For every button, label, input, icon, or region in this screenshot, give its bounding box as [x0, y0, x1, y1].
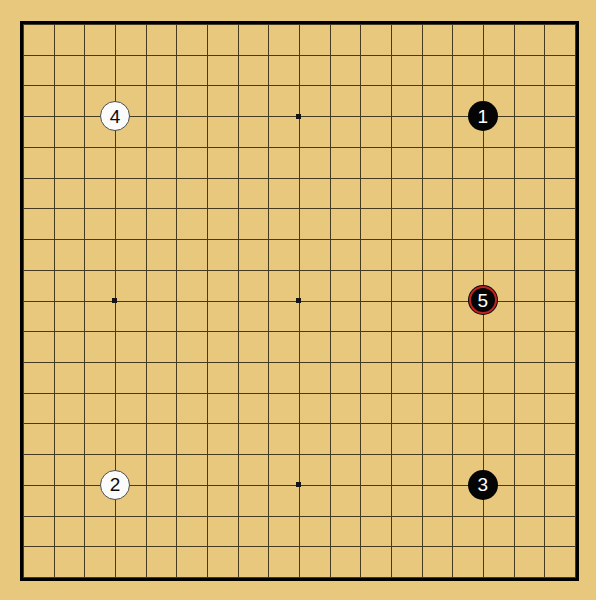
intersection-E9[interactable] [130, 316, 161, 347]
intersection-O5[interactable] [406, 439, 437, 470]
intersection-E7[interactable] [130, 377, 161, 408]
intersection-L1[interactable] [314, 562, 345, 593]
intersection-B5[interactable] [38, 439, 69, 470]
intersection-M10[interactable] [345, 285, 376, 316]
intersection-M12[interactable] [345, 224, 376, 255]
intersection-A7[interactable] [8, 377, 39, 408]
intersection-S6[interactable] [529, 408, 560, 439]
intersection-K14[interactable] [284, 162, 315, 193]
intersection-C15[interactable] [69, 132, 100, 163]
intersection-H9[interactable] [222, 316, 253, 347]
intersection-J11[interactable] [253, 254, 284, 285]
intersection-G6[interactable] [192, 408, 223, 439]
intersection-K4[interactable] [284, 469, 315, 500]
intersection-J10[interactable] [253, 285, 284, 316]
intersection-G18[interactable] [192, 39, 223, 70]
intersection-T7[interactable] [559, 377, 590, 408]
intersection-A12[interactable] [8, 224, 39, 255]
intersection-L4[interactable] [314, 469, 345, 500]
intersection-S1[interactable] [529, 562, 560, 593]
intersection-T19[interactable] [559, 9, 590, 40]
intersection-K3[interactable] [284, 500, 315, 531]
intersection-L17[interactable] [314, 70, 345, 101]
intersection-A18[interactable] [8, 39, 39, 70]
intersection-L13[interactable] [314, 193, 345, 224]
intersection-L8[interactable] [314, 347, 345, 378]
intersection-C5[interactable] [69, 439, 100, 470]
intersection-T6[interactable] [559, 408, 590, 439]
white-stone-move-2[interactable]: 2 [100, 470, 130, 500]
intersection-Q19[interactable] [468, 9, 499, 40]
intersection-R19[interactable] [498, 9, 529, 40]
intersection-P10[interactable] [437, 285, 468, 316]
intersection-F9[interactable] [161, 316, 192, 347]
intersection-K1[interactable] [284, 562, 315, 593]
intersection-D11[interactable] [100, 254, 131, 285]
intersection-H12[interactable] [222, 224, 253, 255]
intersection-D12[interactable] [100, 224, 131, 255]
intersection-B1[interactable] [38, 562, 69, 593]
intersection-M16[interactable] [345, 101, 376, 132]
intersection-E1[interactable] [130, 562, 161, 593]
intersection-N10[interactable] [376, 285, 407, 316]
intersection-M15[interactable] [345, 132, 376, 163]
intersection-M5[interactable] [345, 439, 376, 470]
intersection-L9[interactable] [314, 316, 345, 347]
intersection-Q10[interactable]: 5 [468, 285, 499, 316]
intersection-F15[interactable] [161, 132, 192, 163]
intersection-Q5[interactable] [468, 439, 499, 470]
intersection-R3[interactable] [498, 500, 529, 531]
intersection-K13[interactable] [284, 193, 315, 224]
intersection-H18[interactable] [222, 39, 253, 70]
intersection-R1[interactable] [498, 562, 529, 593]
intersection-G19[interactable] [192, 9, 223, 40]
intersection-E19[interactable] [130, 9, 161, 40]
intersection-K2[interactable] [284, 531, 315, 562]
intersection-H5[interactable] [222, 439, 253, 470]
intersection-A8[interactable] [8, 347, 39, 378]
intersection-E10[interactable] [130, 285, 161, 316]
intersection-D7[interactable] [100, 377, 131, 408]
intersection-Q12[interactable] [468, 224, 499, 255]
intersection-R13[interactable] [498, 193, 529, 224]
intersection-A13[interactable] [8, 193, 39, 224]
intersection-N7[interactable] [376, 377, 407, 408]
intersection-J1[interactable] [253, 562, 284, 593]
intersection-L5[interactable] [314, 439, 345, 470]
intersection-G10[interactable] [192, 285, 223, 316]
intersection-F17[interactable] [161, 70, 192, 101]
intersection-S9[interactable] [529, 316, 560, 347]
intersection-B12[interactable] [38, 224, 69, 255]
intersection-Q18[interactable] [468, 39, 499, 70]
black-stone-move-3[interactable]: 3 [468, 470, 498, 500]
intersection-K7[interactable] [284, 377, 315, 408]
intersection-E16[interactable] [130, 101, 161, 132]
intersection-C4[interactable] [69, 469, 100, 500]
intersection-M3[interactable] [345, 500, 376, 531]
intersection-C17[interactable] [69, 70, 100, 101]
intersection-E14[interactable] [130, 162, 161, 193]
intersection-M4[interactable] [345, 469, 376, 500]
intersection-E3[interactable] [130, 500, 161, 531]
intersection-P9[interactable] [437, 316, 468, 347]
intersection-J8[interactable] [253, 347, 284, 378]
intersection-H2[interactable] [222, 531, 253, 562]
intersection-G2[interactable] [192, 531, 223, 562]
intersection-T1[interactable] [559, 562, 590, 593]
intersection-G11[interactable] [192, 254, 223, 285]
intersection-R10[interactable] [498, 285, 529, 316]
intersection-F19[interactable] [161, 9, 192, 40]
intersection-L7[interactable] [314, 377, 345, 408]
intersection-D15[interactable] [100, 132, 131, 163]
intersection-A9[interactable] [8, 316, 39, 347]
intersection-K9[interactable] [284, 316, 315, 347]
intersection-B3[interactable] [38, 500, 69, 531]
intersection-S17[interactable] [529, 70, 560, 101]
intersection-B13[interactable] [38, 193, 69, 224]
intersection-O10[interactable] [406, 285, 437, 316]
intersection-M6[interactable] [345, 408, 376, 439]
intersection-J3[interactable] [253, 500, 284, 531]
intersection-N3[interactable] [376, 500, 407, 531]
intersection-N14[interactable] [376, 162, 407, 193]
intersection-Q4[interactable]: 3 [468, 469, 499, 500]
intersection-F8[interactable] [161, 347, 192, 378]
intersection-P2[interactable] [437, 531, 468, 562]
intersection-F1[interactable] [161, 562, 192, 593]
intersection-P5[interactable] [437, 439, 468, 470]
intersection-R17[interactable] [498, 70, 529, 101]
intersection-P12[interactable] [437, 224, 468, 255]
intersection-E13[interactable] [130, 193, 161, 224]
intersection-J5[interactable] [253, 439, 284, 470]
intersection-O3[interactable] [406, 500, 437, 531]
intersection-J14[interactable] [253, 162, 284, 193]
intersection-B10[interactable] [38, 285, 69, 316]
intersection-T4[interactable] [559, 469, 590, 500]
intersection-O9[interactable] [406, 316, 437, 347]
intersection-N1[interactable] [376, 562, 407, 593]
intersection-E8[interactable] [130, 347, 161, 378]
intersection-A1[interactable] [8, 562, 39, 593]
intersection-J17[interactable] [253, 70, 284, 101]
intersection-N13[interactable] [376, 193, 407, 224]
intersection-B4[interactable] [38, 469, 69, 500]
intersection-R11[interactable] [498, 254, 529, 285]
intersection-L10[interactable] [314, 285, 345, 316]
intersection-D19[interactable] [100, 9, 131, 40]
intersection-J6[interactable] [253, 408, 284, 439]
intersection-R4[interactable] [498, 469, 529, 500]
intersection-S2[interactable] [529, 531, 560, 562]
intersection-R2[interactable] [498, 531, 529, 562]
intersection-G3[interactable] [192, 500, 223, 531]
intersection-D10[interactable] [100, 285, 131, 316]
intersection-L3[interactable] [314, 500, 345, 531]
intersection-L18[interactable] [314, 39, 345, 70]
intersection-H17[interactable] [222, 70, 253, 101]
intersection-C10[interactable] [69, 285, 100, 316]
intersection-K5[interactable] [284, 439, 315, 470]
intersection-A6[interactable] [8, 408, 39, 439]
intersection-R6[interactable] [498, 408, 529, 439]
intersection-C13[interactable] [69, 193, 100, 224]
intersection-L6[interactable] [314, 408, 345, 439]
intersection-Q17[interactable] [468, 70, 499, 101]
intersection-P6[interactable] [437, 408, 468, 439]
intersection-G9[interactable] [192, 316, 223, 347]
intersection-C7[interactable] [69, 377, 100, 408]
intersection-L2[interactable] [314, 531, 345, 562]
black-stone-move-1[interactable]: 1 [468, 101, 498, 131]
intersection-M7[interactable] [345, 377, 376, 408]
intersection-G7[interactable] [192, 377, 223, 408]
intersection-J7[interactable] [253, 377, 284, 408]
intersection-P15[interactable] [437, 132, 468, 163]
intersection-F4[interactable] [161, 469, 192, 500]
intersection-H13[interactable] [222, 193, 253, 224]
intersection-Q9[interactable] [468, 316, 499, 347]
intersection-L16[interactable] [314, 101, 345, 132]
intersection-O8[interactable] [406, 347, 437, 378]
intersection-O1[interactable] [406, 562, 437, 593]
intersection-J15[interactable] [253, 132, 284, 163]
intersection-B11[interactable] [38, 254, 69, 285]
intersection-P18[interactable] [437, 39, 468, 70]
intersection-H8[interactable] [222, 347, 253, 378]
intersection-C19[interactable] [69, 9, 100, 40]
intersection-T2[interactable] [559, 531, 590, 562]
intersection-O14[interactable] [406, 162, 437, 193]
intersection-B14[interactable] [38, 162, 69, 193]
intersection-D2[interactable] [100, 531, 131, 562]
intersection-K19[interactable] [284, 9, 315, 40]
intersection-R16[interactable] [498, 101, 529, 132]
intersection-Q15[interactable] [468, 132, 499, 163]
intersection-Q6[interactable] [468, 408, 499, 439]
intersection-H4[interactable] [222, 469, 253, 500]
intersection-N5[interactable] [376, 439, 407, 470]
intersection-S14[interactable] [529, 162, 560, 193]
intersection-H16[interactable] [222, 101, 253, 132]
intersection-N15[interactable] [376, 132, 407, 163]
intersection-S5[interactable] [529, 439, 560, 470]
intersection-F6[interactable] [161, 408, 192, 439]
intersection-P4[interactable] [437, 469, 468, 500]
intersection-O17[interactable] [406, 70, 437, 101]
intersection-O13[interactable] [406, 193, 437, 224]
intersection-D16[interactable]: 4 [100, 101, 131, 132]
intersection-C6[interactable] [69, 408, 100, 439]
intersection-H6[interactable] [222, 408, 253, 439]
intersection-T3[interactable] [559, 500, 590, 531]
intersection-G16[interactable] [192, 101, 223, 132]
intersection-H11[interactable] [222, 254, 253, 285]
intersection-L19[interactable] [314, 9, 345, 40]
intersection-N19[interactable] [376, 9, 407, 40]
intersection-O2[interactable] [406, 531, 437, 562]
intersection-R14[interactable] [498, 162, 529, 193]
intersection-R18[interactable] [498, 39, 529, 70]
intersection-S7[interactable] [529, 377, 560, 408]
intersection-T16[interactable] [559, 101, 590, 132]
intersection-N16[interactable] [376, 101, 407, 132]
intersection-A15[interactable] [8, 132, 39, 163]
intersection-Q2[interactable] [468, 531, 499, 562]
intersection-H3[interactable] [222, 500, 253, 531]
intersection-F13[interactable] [161, 193, 192, 224]
intersection-P13[interactable] [437, 193, 468, 224]
intersection-S15[interactable] [529, 132, 560, 163]
intersection-P8[interactable] [437, 347, 468, 378]
intersection-A5[interactable] [8, 439, 39, 470]
intersection-S19[interactable] [529, 9, 560, 40]
intersection-R7[interactable] [498, 377, 529, 408]
intersection-T18[interactable] [559, 39, 590, 70]
intersection-J4[interactable] [253, 469, 284, 500]
intersection-D8[interactable] [100, 347, 131, 378]
intersection-A10[interactable] [8, 285, 39, 316]
intersection-P19[interactable] [437, 9, 468, 40]
intersection-O15[interactable] [406, 132, 437, 163]
intersection-M19[interactable] [345, 9, 376, 40]
intersection-S8[interactable] [529, 347, 560, 378]
intersection-B7[interactable] [38, 377, 69, 408]
intersection-P16[interactable] [437, 101, 468, 132]
intersection-N18[interactable] [376, 39, 407, 70]
intersection-S3[interactable] [529, 500, 560, 531]
intersection-O16[interactable] [406, 101, 437, 132]
intersection-D4[interactable]: 2 [100, 469, 131, 500]
intersection-S18[interactable] [529, 39, 560, 70]
intersection-C9[interactable] [69, 316, 100, 347]
intersection-K17[interactable] [284, 70, 315, 101]
intersection-Q8[interactable] [468, 347, 499, 378]
intersection-Q16[interactable]: 1 [468, 101, 499, 132]
intersection-F18[interactable] [161, 39, 192, 70]
intersection-Q11[interactable] [468, 254, 499, 285]
intersection-N4[interactable] [376, 469, 407, 500]
intersection-D18[interactable] [100, 39, 131, 70]
intersection-O6[interactable] [406, 408, 437, 439]
intersection-O7[interactable] [406, 377, 437, 408]
intersection-F2[interactable] [161, 531, 192, 562]
intersection-C2[interactable] [69, 531, 100, 562]
intersection-S13[interactable] [529, 193, 560, 224]
intersection-E6[interactable] [130, 408, 161, 439]
intersection-F11[interactable] [161, 254, 192, 285]
intersection-N2[interactable] [376, 531, 407, 562]
intersection-G4[interactable] [192, 469, 223, 500]
intersection-B6[interactable] [38, 408, 69, 439]
intersection-P7[interactable] [437, 377, 468, 408]
intersection-F12[interactable] [161, 224, 192, 255]
black-stone-move-5[interactable]: 5 [468, 285, 498, 315]
intersection-S10[interactable] [529, 285, 560, 316]
intersection-H14[interactable] [222, 162, 253, 193]
intersection-E2[interactable] [130, 531, 161, 562]
intersection-M11[interactable] [345, 254, 376, 285]
intersection-T11[interactable] [559, 254, 590, 285]
intersection-T10[interactable] [559, 285, 590, 316]
intersection-J16[interactable] [253, 101, 284, 132]
intersection-S4[interactable] [529, 469, 560, 500]
intersection-S16[interactable] [529, 101, 560, 132]
intersection-C12[interactable] [69, 224, 100, 255]
intersection-Q3[interactable] [468, 500, 499, 531]
intersection-F5[interactable] [161, 439, 192, 470]
intersection-M9[interactable] [345, 316, 376, 347]
intersection-B16[interactable] [38, 101, 69, 132]
intersection-L15[interactable] [314, 132, 345, 163]
intersection-E4[interactable] [130, 469, 161, 500]
intersection-K8[interactable] [284, 347, 315, 378]
intersection-A2[interactable] [8, 531, 39, 562]
intersection-M1[interactable] [345, 562, 376, 593]
intersection-R8[interactable] [498, 347, 529, 378]
intersection-Q1[interactable] [468, 562, 499, 593]
intersection-K11[interactable] [284, 254, 315, 285]
intersection-D3[interactable] [100, 500, 131, 531]
intersection-M14[interactable] [345, 162, 376, 193]
intersection-B8[interactable] [38, 347, 69, 378]
intersection-T15[interactable] [559, 132, 590, 163]
intersection-K12[interactable] [284, 224, 315, 255]
intersection-F14[interactable] [161, 162, 192, 193]
intersection-N9[interactable] [376, 316, 407, 347]
intersection-E15[interactable] [130, 132, 161, 163]
intersection-D9[interactable] [100, 316, 131, 347]
intersection-T14[interactable] [559, 162, 590, 193]
intersection-R9[interactable] [498, 316, 529, 347]
intersection-P3[interactable] [437, 500, 468, 531]
intersection-F7[interactable] [161, 377, 192, 408]
intersection-K18[interactable] [284, 39, 315, 70]
intersection-A16[interactable] [8, 101, 39, 132]
intersection-F10[interactable] [161, 285, 192, 316]
intersection-H19[interactable] [222, 9, 253, 40]
intersection-Q7[interactable] [468, 377, 499, 408]
intersection-J9[interactable] [253, 316, 284, 347]
intersection-D5[interactable] [100, 439, 131, 470]
intersection-L12[interactable] [314, 224, 345, 255]
intersection-C8[interactable] [69, 347, 100, 378]
intersection-R15[interactable] [498, 132, 529, 163]
intersection-E12[interactable] [130, 224, 161, 255]
intersection-J2[interactable] [253, 531, 284, 562]
intersection-K16[interactable] [284, 101, 315, 132]
intersection-T8[interactable] [559, 347, 590, 378]
intersection-P11[interactable] [437, 254, 468, 285]
intersection-C11[interactable] [69, 254, 100, 285]
intersection-O19[interactable] [406, 9, 437, 40]
intersection-O4[interactable] [406, 469, 437, 500]
intersection-G15[interactable] [192, 132, 223, 163]
intersection-N6[interactable] [376, 408, 407, 439]
intersection-N8[interactable] [376, 347, 407, 378]
intersection-B9[interactable] [38, 316, 69, 347]
intersection-H15[interactable] [222, 132, 253, 163]
intersection-J13[interactable] [253, 193, 284, 224]
intersection-F3[interactable] [161, 500, 192, 531]
intersection-A4[interactable] [8, 469, 39, 500]
intersection-K10[interactable] [284, 285, 315, 316]
intersection-A11[interactable] [8, 254, 39, 285]
intersection-N12[interactable] [376, 224, 407, 255]
